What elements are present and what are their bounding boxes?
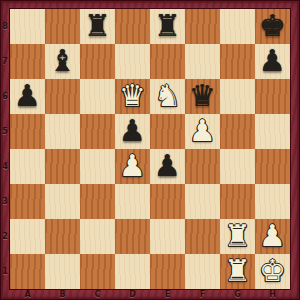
square-g5[interactable] [220,114,255,149]
file-label-c: C [80,289,115,300]
square-b7[interactable]: ♝ [45,44,80,79]
square-g3[interactable] [220,184,255,219]
square-f3[interactable] [185,184,220,219]
square-h4[interactable] [255,149,290,184]
white-rook[interactable]: ♜ [224,218,251,253]
square-e5[interactable] [150,114,185,149]
square-e2[interactable] [150,219,185,254]
square-f7[interactable] [185,44,220,79]
square-h7[interactable]: ♟ [255,44,290,79]
square-a6[interactable]: ♟ [10,79,45,114]
square-f8[interactable] [185,9,220,44]
black-rook[interactable]: ♜ [84,8,111,43]
square-d7[interactable] [115,44,150,79]
chess-board: ♜♜♚♝♟♟♛♞♛♟♟♟♟♜♟♜♚ [10,9,290,289]
square-f4[interactable] [185,149,220,184]
square-d8[interactable] [115,9,150,44]
file-label-e: E [150,289,185,300]
square-e8[interactable]: ♜ [150,9,185,44]
square-c3[interactable] [80,184,115,219]
white-pawn[interactable]: ♟ [119,148,146,183]
chess-diagram-frame: ♜♜♚♝♟♟♛♞♛♟♟♟♟♜♟♜♚ 87654321ABCDEFGH [0,0,300,300]
rank-label-7: 7 [0,57,10,67]
rank-label-3: 3 [0,197,10,207]
square-f2[interactable] [185,219,220,254]
square-d6[interactable]: ♛ [115,79,150,114]
square-g4[interactable] [220,149,255,184]
square-a4[interactable] [10,149,45,184]
square-h8[interactable]: ♚ [255,9,290,44]
square-e4[interactable]: ♟ [150,149,185,184]
black-pawn[interactable]: ♟ [119,113,146,148]
rank-label-8: 8 [0,22,10,32]
square-c2[interactable] [80,219,115,254]
square-h6[interactable] [255,79,290,114]
file-label-b: B [45,289,80,300]
white-queen[interactable]: ♛ [119,78,146,113]
square-h2[interactable]: ♟ [255,219,290,254]
square-c6[interactable] [80,79,115,114]
file-label-d: D [115,289,150,300]
white-rook[interactable]: ♜ [224,253,251,288]
black-rook[interactable]: ♜ [154,8,181,43]
file-label-f: F [185,289,220,300]
white-king[interactable]: ♚ [259,253,286,288]
rank-label-4: 4 [0,162,10,172]
square-f1[interactable] [185,254,220,289]
square-c4[interactable] [80,149,115,184]
square-b8[interactable] [45,9,80,44]
square-c7[interactable] [80,44,115,79]
square-g6[interactable] [220,79,255,114]
file-label-g: G [220,289,255,300]
square-f6[interactable]: ♛ [185,79,220,114]
file-label-h: H [255,289,290,300]
square-d3[interactable] [115,184,150,219]
rank-label-2: 2 [0,232,10,242]
square-d1[interactable] [115,254,150,289]
white-pawn[interactable]: ♟ [189,113,216,148]
black-pawn[interactable]: ♟ [154,148,181,183]
rank-label-6: 6 [0,92,10,102]
square-e3[interactable] [150,184,185,219]
square-h3[interactable] [255,184,290,219]
square-g2[interactable]: ♜ [220,219,255,254]
black-pawn[interactable]: ♟ [259,43,286,78]
square-b2[interactable] [45,219,80,254]
black-bishop[interactable]: ♝ [49,43,76,78]
square-c5[interactable] [80,114,115,149]
white-pawn[interactable]: ♟ [259,218,286,253]
square-a1[interactable] [10,254,45,289]
square-h1[interactable]: ♚ [255,254,290,289]
square-g1[interactable]: ♜ [220,254,255,289]
square-e7[interactable] [150,44,185,79]
square-b3[interactable] [45,184,80,219]
square-e6[interactable]: ♞ [150,79,185,114]
square-d4[interactable]: ♟ [115,149,150,184]
square-a5[interactable] [10,114,45,149]
square-a3[interactable] [10,184,45,219]
square-a8[interactable] [10,9,45,44]
square-c1[interactable] [80,254,115,289]
square-h5[interactable] [255,114,290,149]
square-c8[interactable]: ♜ [80,9,115,44]
square-d5[interactable]: ♟ [115,114,150,149]
square-e1[interactable] [150,254,185,289]
square-a7[interactable] [10,44,45,79]
black-king[interactable]: ♚ [259,8,286,43]
square-g8[interactable] [220,9,255,44]
square-b1[interactable] [45,254,80,289]
rank-label-5: 5 [0,127,10,137]
black-queen[interactable]: ♛ [189,78,216,113]
square-f5[interactable]: ♟ [185,114,220,149]
square-b6[interactable] [45,79,80,114]
square-a2[interactable] [10,219,45,254]
rank-label-1: 1 [0,267,10,277]
square-b4[interactable] [45,149,80,184]
square-b5[interactable] [45,114,80,149]
square-d2[interactable] [115,219,150,254]
black-pawn[interactable]: ♟ [14,78,41,113]
file-label-a: A [10,289,45,300]
square-g7[interactable] [220,44,255,79]
white-knight[interactable]: ♞ [154,78,181,113]
